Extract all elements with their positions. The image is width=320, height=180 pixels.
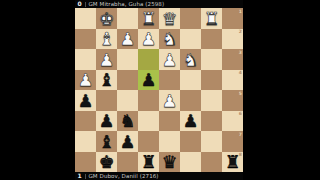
white-rook[interactable]: ♜ xyxy=(204,10,220,28)
black-pawn[interactable]: ♟ xyxy=(78,92,94,110)
square-b2[interactable] xyxy=(201,29,222,50)
square-f4[interactable] xyxy=(117,70,138,91)
white-pawn[interactable]: ♟ xyxy=(162,92,178,110)
square-b8[interactable] xyxy=(201,152,222,173)
square-g8[interactable]: ♚ xyxy=(96,152,117,173)
square-f6[interactable]: ♞ xyxy=(117,111,138,132)
square-a7[interactable]: 7 xyxy=(222,131,243,152)
square-b4[interactable] xyxy=(201,70,222,91)
square-e4[interactable]: ♟ xyxy=(138,70,159,91)
square-h5[interactable]: ♟ xyxy=(75,90,96,111)
score-top: 0 xyxy=(75,0,83,8)
white-king[interactable]: ♚ xyxy=(99,10,115,28)
white-knight[interactable]: ♞ xyxy=(162,31,178,49)
square-d5[interactable]: ♟ xyxy=(159,90,180,111)
score-bottom: 1 xyxy=(75,172,83,180)
white-pawn[interactable]: ♟ xyxy=(162,51,178,69)
square-c8[interactable] xyxy=(180,152,201,173)
rank-label: 7 xyxy=(239,132,242,137)
black-pawn[interactable]: ♟ xyxy=(120,133,136,151)
player-name-top: GM Mitrabha, Guha (2598) xyxy=(89,0,165,8)
rank-label: 3 xyxy=(239,50,242,55)
square-d1[interactable]: ♛ xyxy=(159,8,180,29)
square-h6[interactable] xyxy=(75,111,96,132)
white-pawn[interactable]: ♟ xyxy=(120,31,136,49)
square-h2[interactable] xyxy=(75,29,96,50)
square-c7[interactable] xyxy=(180,131,201,152)
rank-label: 2 xyxy=(239,29,242,34)
rank-label: 4 xyxy=(239,70,242,75)
square-d6[interactable] xyxy=(159,111,180,132)
square-d2[interactable]: ♞ xyxy=(159,29,180,50)
white-rook[interactable]: ♜ xyxy=(141,10,157,28)
square-c6[interactable]: ♟ xyxy=(180,111,201,132)
square-c5[interactable] xyxy=(180,90,201,111)
letterbox-right xyxy=(243,0,320,180)
black-pawn[interactable]: ♟ xyxy=(99,113,115,131)
square-f7[interactable]: ♟ xyxy=(117,131,138,152)
square-a8[interactable]: ♜8 xyxy=(222,152,243,173)
square-b7[interactable] xyxy=(201,131,222,152)
square-b1[interactable]: ♜ xyxy=(201,8,222,29)
square-e6[interactable] xyxy=(138,111,159,132)
square-g7[interactable]: ♝ xyxy=(96,131,117,152)
square-b3[interactable] xyxy=(201,49,222,70)
square-a3[interactable]: 3 xyxy=(222,49,243,70)
rank-label: 1 xyxy=(239,9,242,14)
white-pawn[interactable]: ♟ xyxy=(141,31,157,49)
rank-label: 6 xyxy=(239,111,242,116)
black-rook[interactable]: ♜ xyxy=(141,154,157,172)
white-pawn[interactable]: ♟ xyxy=(78,72,94,90)
square-h3[interactable] xyxy=(75,49,96,70)
black-king[interactable]: ♚ xyxy=(99,154,115,172)
letterbox-left xyxy=(0,0,75,180)
square-h8[interactable] xyxy=(75,152,96,173)
score-divider xyxy=(85,2,86,7)
square-h4[interactable]: ♟ xyxy=(75,70,96,91)
square-f2[interactable]: ♟ xyxy=(117,29,138,50)
black-bishop[interactable]: ♝ xyxy=(99,72,115,90)
square-g2[interactable]: ♝ xyxy=(96,29,117,50)
white-knight[interactable]: ♞ xyxy=(183,51,199,69)
black-bishop[interactable]: ♝ xyxy=(99,133,115,151)
square-c4[interactable] xyxy=(180,70,201,91)
square-g1[interactable]: ♚ xyxy=(96,8,117,29)
square-a4[interactable]: 4 xyxy=(222,70,243,91)
video-frame: 0 GM Mitrabha, Guha (2598) ♚♜♛♜1♝♟♟♞2♟♟♞… xyxy=(75,0,243,180)
square-f5[interactable] xyxy=(117,90,138,111)
black-pawn[interactable]: ♟ xyxy=(141,72,157,90)
square-g4[interactable]: ♝ xyxy=(96,70,117,91)
square-d7[interactable] xyxy=(159,131,180,152)
square-h7[interactable] xyxy=(75,131,96,152)
square-g3[interactable]: ♟ xyxy=(96,49,117,70)
square-a6[interactable]: 6 xyxy=(222,111,243,132)
square-d4[interactable] xyxy=(159,70,180,91)
black-knight[interactable]: ♞ xyxy=(120,113,136,131)
square-f8[interactable] xyxy=(117,152,138,173)
rank-label: 5 xyxy=(239,91,242,96)
square-f3[interactable] xyxy=(117,49,138,70)
square-e5[interactable] xyxy=(138,90,159,111)
square-e7[interactable] xyxy=(138,131,159,152)
square-h1[interactable] xyxy=(75,8,96,29)
black-pawn[interactable]: ♟ xyxy=(183,113,199,131)
square-c3[interactable]: ♞ xyxy=(180,49,201,70)
player-name-bottom: GM Dubov, Daniil (2716) xyxy=(89,172,159,180)
square-f1[interactable] xyxy=(117,8,138,29)
square-e2[interactable]: ♟ xyxy=(138,29,159,50)
player-bar-bottom: 1 GM Dubov, Daniil (2716) xyxy=(75,172,243,180)
square-d3[interactable]: ♟ xyxy=(159,49,180,70)
square-g5[interactable] xyxy=(96,90,117,111)
square-b5[interactable] xyxy=(201,90,222,111)
square-a5[interactable]: 5 xyxy=(222,90,243,111)
square-d8[interactable]: ♛ xyxy=(159,152,180,173)
white-queen[interactable]: ♛ xyxy=(162,10,178,28)
square-c2[interactable] xyxy=(180,29,201,50)
white-bishop[interactable]: ♝ xyxy=(99,31,115,49)
player-bar-top: 0 GM Mitrabha, Guha (2598) xyxy=(75,0,243,8)
square-b6[interactable] xyxy=(201,111,222,132)
square-g6[interactable]: ♟ xyxy=(96,111,117,132)
black-queen[interactable]: ♛ xyxy=(162,154,178,172)
square-e8[interactable]: ♜ xyxy=(138,152,159,173)
square-e1[interactable]: ♜ xyxy=(138,8,159,29)
square-e3[interactable] xyxy=(138,49,159,70)
score-divider xyxy=(85,174,86,179)
chess-board: ♚♜♛♜1♝♟♟♞2♟♟♞3♟♝♟4♟♟5♟♞♟6♝♟7♚♜♛♜8 xyxy=(75,8,243,172)
white-pawn[interactable]: ♟ xyxy=(99,51,115,69)
rank-label: 8 xyxy=(239,152,242,157)
square-c1[interactable] xyxy=(180,8,201,29)
square-a1[interactable]: 1 xyxy=(222,8,243,29)
square-a2[interactable]: 2 xyxy=(222,29,243,50)
